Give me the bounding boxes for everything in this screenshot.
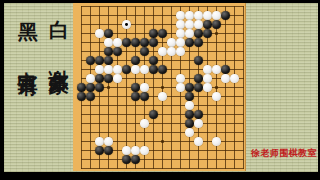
black-stone xyxy=(140,92,149,101)
board-point xyxy=(122,137,131,146)
board-point xyxy=(212,119,221,128)
hoshi-point xyxy=(215,32,218,35)
board-point xyxy=(122,29,131,38)
board-point xyxy=(212,20,221,29)
board-point xyxy=(194,119,203,128)
board-point xyxy=(77,146,86,155)
black-stone xyxy=(221,65,230,74)
black-stone xyxy=(95,74,104,83)
black-stone xyxy=(95,56,104,65)
board-point xyxy=(140,38,149,47)
board-point xyxy=(221,146,230,155)
white-stone xyxy=(95,29,104,38)
board-point xyxy=(185,83,194,92)
board-point xyxy=(194,146,203,155)
board-point xyxy=(113,137,122,146)
board-point xyxy=(167,11,176,20)
board-point xyxy=(149,29,158,38)
board-point xyxy=(158,101,167,110)
board-point xyxy=(158,119,167,128)
white-stone xyxy=(122,20,131,29)
board-point xyxy=(95,65,104,74)
black-stone xyxy=(86,83,95,92)
board-point xyxy=(86,11,95,20)
black-player-name: 申真谞 xyxy=(15,56,41,62)
black-stone xyxy=(95,83,104,92)
board-point xyxy=(203,101,212,110)
white-stone xyxy=(140,83,149,92)
board-point xyxy=(221,137,230,146)
board-point xyxy=(149,3,158,11)
white-stone xyxy=(203,83,212,92)
board-point xyxy=(176,38,185,47)
board-point xyxy=(104,146,113,155)
board-point xyxy=(104,11,113,20)
board-point xyxy=(212,101,221,110)
board-point xyxy=(131,119,140,128)
board-point xyxy=(149,128,158,137)
board-point xyxy=(158,65,167,74)
board-point xyxy=(239,83,246,92)
black-stone xyxy=(221,11,230,20)
board-point xyxy=(86,47,95,56)
board-point xyxy=(122,47,131,56)
board-point xyxy=(104,101,113,110)
board-point xyxy=(230,38,239,47)
board-point xyxy=(140,11,149,20)
white-stone xyxy=(176,74,185,83)
board-point xyxy=(158,155,167,164)
board-point xyxy=(158,110,167,119)
board-point xyxy=(77,119,86,128)
board-point xyxy=(194,56,203,65)
board-point xyxy=(230,56,239,65)
board-point xyxy=(122,65,131,74)
board-point xyxy=(203,11,212,20)
board-point xyxy=(86,29,95,38)
hoshi-point xyxy=(161,140,164,143)
white-stone xyxy=(230,74,239,83)
board-point xyxy=(77,155,86,164)
board-point xyxy=(212,92,221,101)
black-stone xyxy=(158,29,167,38)
white-stone xyxy=(176,29,185,38)
black-stone xyxy=(212,20,221,29)
board-point xyxy=(194,47,203,56)
board-point xyxy=(113,92,122,101)
board-point xyxy=(221,92,230,101)
white-stone xyxy=(203,11,212,20)
board-point xyxy=(86,128,95,137)
board-point xyxy=(212,11,221,20)
white-stone xyxy=(185,20,194,29)
board-point xyxy=(149,74,158,83)
board-point xyxy=(131,164,140,171)
board-point xyxy=(86,65,95,74)
board-point xyxy=(176,65,185,74)
board-point xyxy=(194,65,203,74)
white-stone xyxy=(158,92,167,101)
board-point xyxy=(131,47,140,56)
board-point xyxy=(104,29,113,38)
board-point xyxy=(140,137,149,146)
board-point xyxy=(113,20,122,29)
go-board xyxy=(73,3,246,171)
board-point xyxy=(212,47,221,56)
board-point xyxy=(113,29,122,38)
board-point xyxy=(185,146,194,155)
black-stone xyxy=(131,155,140,164)
board-point xyxy=(86,137,95,146)
board-point xyxy=(230,47,239,56)
board-point xyxy=(167,92,176,101)
board-point xyxy=(95,3,104,11)
board-point xyxy=(104,110,113,119)
board-point xyxy=(185,11,194,20)
board-point xyxy=(104,119,113,128)
white-stone xyxy=(221,74,230,83)
board-point xyxy=(95,56,104,65)
board-point xyxy=(86,56,95,65)
board-point xyxy=(140,56,149,65)
black-stone xyxy=(131,83,140,92)
board-point xyxy=(239,65,246,74)
board-point xyxy=(230,110,239,119)
black-stone xyxy=(203,29,212,38)
board-point xyxy=(176,74,185,83)
board-point xyxy=(77,128,86,137)
board-point xyxy=(122,74,131,83)
board-point xyxy=(212,137,221,146)
white-stone xyxy=(212,92,221,101)
board-point xyxy=(113,74,122,83)
board-point xyxy=(167,101,176,110)
board-point xyxy=(167,56,176,65)
board-point xyxy=(86,83,95,92)
black-stone xyxy=(104,47,113,56)
board-point xyxy=(185,38,194,47)
white-stone xyxy=(194,20,203,29)
black-stone xyxy=(194,110,203,119)
board-point xyxy=(230,155,239,164)
board-point xyxy=(131,74,140,83)
white-stone xyxy=(95,137,104,146)
board-point xyxy=(149,137,158,146)
board-point xyxy=(194,137,203,146)
board-point xyxy=(212,128,221,137)
black-stone xyxy=(122,65,131,74)
board-point xyxy=(113,164,122,171)
black-stone xyxy=(122,155,131,164)
board-point xyxy=(77,11,86,20)
board-point xyxy=(158,146,167,155)
board-point xyxy=(104,164,113,171)
board-point xyxy=(158,11,167,20)
board-point xyxy=(104,137,113,146)
board-point xyxy=(140,20,149,29)
board-point xyxy=(77,74,86,83)
white-stone xyxy=(113,74,122,83)
board-point xyxy=(185,47,194,56)
board-point xyxy=(113,56,122,65)
black-stone xyxy=(140,38,149,47)
board-point xyxy=(194,101,203,110)
watermark-text: 徐老师围棋教室 xyxy=(251,147,319,160)
black-stone xyxy=(131,38,140,47)
board-point xyxy=(95,155,104,164)
board-point xyxy=(77,137,86,146)
white-label: 白 xyxy=(49,20,69,41)
board-point xyxy=(230,3,239,11)
board-point xyxy=(149,146,158,155)
board-point xyxy=(86,164,95,171)
board-point xyxy=(149,92,158,101)
board-point xyxy=(185,164,194,171)
board-point xyxy=(230,11,239,20)
white-stone xyxy=(203,74,212,83)
black-stone xyxy=(194,56,203,65)
board-point xyxy=(239,146,246,155)
board-point xyxy=(239,110,246,119)
white-stone xyxy=(176,38,185,47)
board-point xyxy=(212,74,221,83)
board-point xyxy=(131,137,140,146)
board-point xyxy=(86,119,95,128)
board-point xyxy=(104,38,113,47)
board-point xyxy=(95,110,104,119)
board-point xyxy=(113,65,122,74)
board-point xyxy=(221,128,230,137)
white-stone xyxy=(113,38,122,47)
black-player-column: 黑 申真谞 xyxy=(15,22,41,62)
black-stone xyxy=(104,146,113,155)
board-point xyxy=(212,155,221,164)
board-point xyxy=(221,74,230,83)
board-point xyxy=(104,128,113,137)
board-point xyxy=(212,38,221,47)
black-stone xyxy=(158,65,167,74)
white-stone xyxy=(203,65,212,74)
black-stone xyxy=(185,110,194,119)
board-point xyxy=(140,128,149,137)
board-point xyxy=(185,3,194,11)
board-point xyxy=(230,83,239,92)
board-point xyxy=(122,110,131,119)
board-point xyxy=(167,29,176,38)
board-point xyxy=(131,101,140,110)
board-point xyxy=(230,146,239,155)
board-point xyxy=(104,3,113,11)
board-point xyxy=(194,20,203,29)
board-point xyxy=(158,3,167,11)
board-grid xyxy=(77,3,246,171)
white-stone xyxy=(104,38,113,47)
board-point xyxy=(167,3,176,11)
board-point xyxy=(176,164,185,171)
board-point xyxy=(221,11,230,20)
black-stone xyxy=(185,92,194,101)
board-point xyxy=(149,11,158,20)
board-point xyxy=(77,83,86,92)
board-point xyxy=(221,3,230,11)
board-point xyxy=(221,83,230,92)
board-point xyxy=(140,110,149,119)
board-point xyxy=(149,20,158,29)
board-point xyxy=(149,119,158,128)
board-point xyxy=(230,128,239,137)
board-point xyxy=(140,146,149,155)
board-point xyxy=(221,38,230,47)
board-point xyxy=(95,38,104,47)
board-point xyxy=(185,155,194,164)
white-player-column: 白 谢尔豪 xyxy=(46,20,72,60)
board-point xyxy=(230,20,239,29)
board-point xyxy=(149,155,158,164)
black-stone xyxy=(104,56,113,65)
board-point xyxy=(113,38,122,47)
white-stone xyxy=(176,11,185,20)
board-point xyxy=(167,74,176,83)
white-stone xyxy=(158,47,167,56)
board-point xyxy=(185,119,194,128)
white-stone xyxy=(212,65,221,74)
board-point xyxy=(104,56,113,65)
board-point xyxy=(158,137,167,146)
white-stone xyxy=(176,20,185,29)
white-stone xyxy=(104,137,113,146)
board-point xyxy=(194,128,203,137)
board-point xyxy=(167,155,176,164)
black-stone xyxy=(140,47,149,56)
white-stone xyxy=(131,65,140,74)
white-stone xyxy=(194,119,203,128)
board-point xyxy=(212,65,221,74)
white-stone xyxy=(140,119,149,128)
board-point xyxy=(221,110,230,119)
board-point xyxy=(95,164,104,171)
board-point xyxy=(131,38,140,47)
board-point xyxy=(212,83,221,92)
board-point xyxy=(113,101,122,110)
board-point xyxy=(176,146,185,155)
board-point xyxy=(203,20,212,29)
board-point xyxy=(167,110,176,119)
board-point xyxy=(158,164,167,171)
board-point xyxy=(221,164,230,171)
board-point xyxy=(176,11,185,20)
black-stone xyxy=(149,65,158,74)
board-point xyxy=(221,56,230,65)
board-point xyxy=(122,83,131,92)
board-point xyxy=(77,20,86,29)
board-point xyxy=(239,56,246,65)
board-point xyxy=(140,3,149,11)
board-point xyxy=(113,83,122,92)
board-point xyxy=(221,20,230,29)
board-point xyxy=(176,101,185,110)
board-point xyxy=(239,3,246,11)
board-point xyxy=(203,47,212,56)
board-point xyxy=(203,146,212,155)
board-point xyxy=(131,20,140,29)
board-point xyxy=(86,155,95,164)
board-point xyxy=(86,101,95,110)
board-point xyxy=(131,128,140,137)
board-point xyxy=(230,92,239,101)
board-point xyxy=(113,11,122,20)
board-point xyxy=(86,110,95,119)
white-stone xyxy=(95,65,104,74)
board-point xyxy=(239,74,246,83)
board-point xyxy=(203,38,212,47)
board-point xyxy=(194,11,203,20)
board-point xyxy=(131,56,140,65)
board-point xyxy=(95,128,104,137)
board-point xyxy=(158,29,167,38)
board-point xyxy=(158,128,167,137)
board-point xyxy=(239,128,246,137)
board-point xyxy=(176,3,185,11)
black-stone xyxy=(149,38,158,47)
board-point xyxy=(203,29,212,38)
board-point xyxy=(230,137,239,146)
board-point xyxy=(176,56,185,65)
board-point xyxy=(203,119,212,128)
board-point xyxy=(149,47,158,56)
board-point xyxy=(167,38,176,47)
board-point xyxy=(122,3,131,11)
board-point xyxy=(239,155,246,164)
white-stone xyxy=(131,146,140,155)
white-stone xyxy=(140,65,149,74)
board-point xyxy=(131,110,140,119)
board-point xyxy=(203,128,212,137)
board-point xyxy=(95,74,104,83)
black-stone xyxy=(185,83,194,92)
black-stone xyxy=(95,146,104,155)
board-point xyxy=(77,110,86,119)
board-point xyxy=(221,65,230,74)
white-stone xyxy=(185,11,194,20)
black-stone xyxy=(86,92,95,101)
board-point xyxy=(167,47,176,56)
board-point xyxy=(194,83,203,92)
board-point xyxy=(131,155,140,164)
white-stone xyxy=(167,47,176,56)
last-move-marker xyxy=(125,23,128,26)
board-point xyxy=(194,155,203,164)
board-point xyxy=(176,128,185,137)
white-stone xyxy=(104,65,113,74)
video-frame: 黑 申真谞 白 谢尔豪 徐老师围棋教室 xyxy=(0,0,320,180)
board-point xyxy=(104,74,113,83)
board-point xyxy=(185,20,194,29)
board-point xyxy=(167,128,176,137)
board-point xyxy=(194,38,203,47)
board-point xyxy=(149,83,158,92)
board-point xyxy=(113,110,122,119)
board-point xyxy=(77,101,86,110)
board-point xyxy=(167,83,176,92)
board-point xyxy=(239,92,246,101)
board-point xyxy=(149,164,158,171)
board-point xyxy=(95,101,104,110)
board-point xyxy=(113,155,122,164)
board-point xyxy=(131,65,140,74)
board-point xyxy=(149,110,158,119)
board-point xyxy=(212,29,221,38)
board-point xyxy=(239,137,246,146)
